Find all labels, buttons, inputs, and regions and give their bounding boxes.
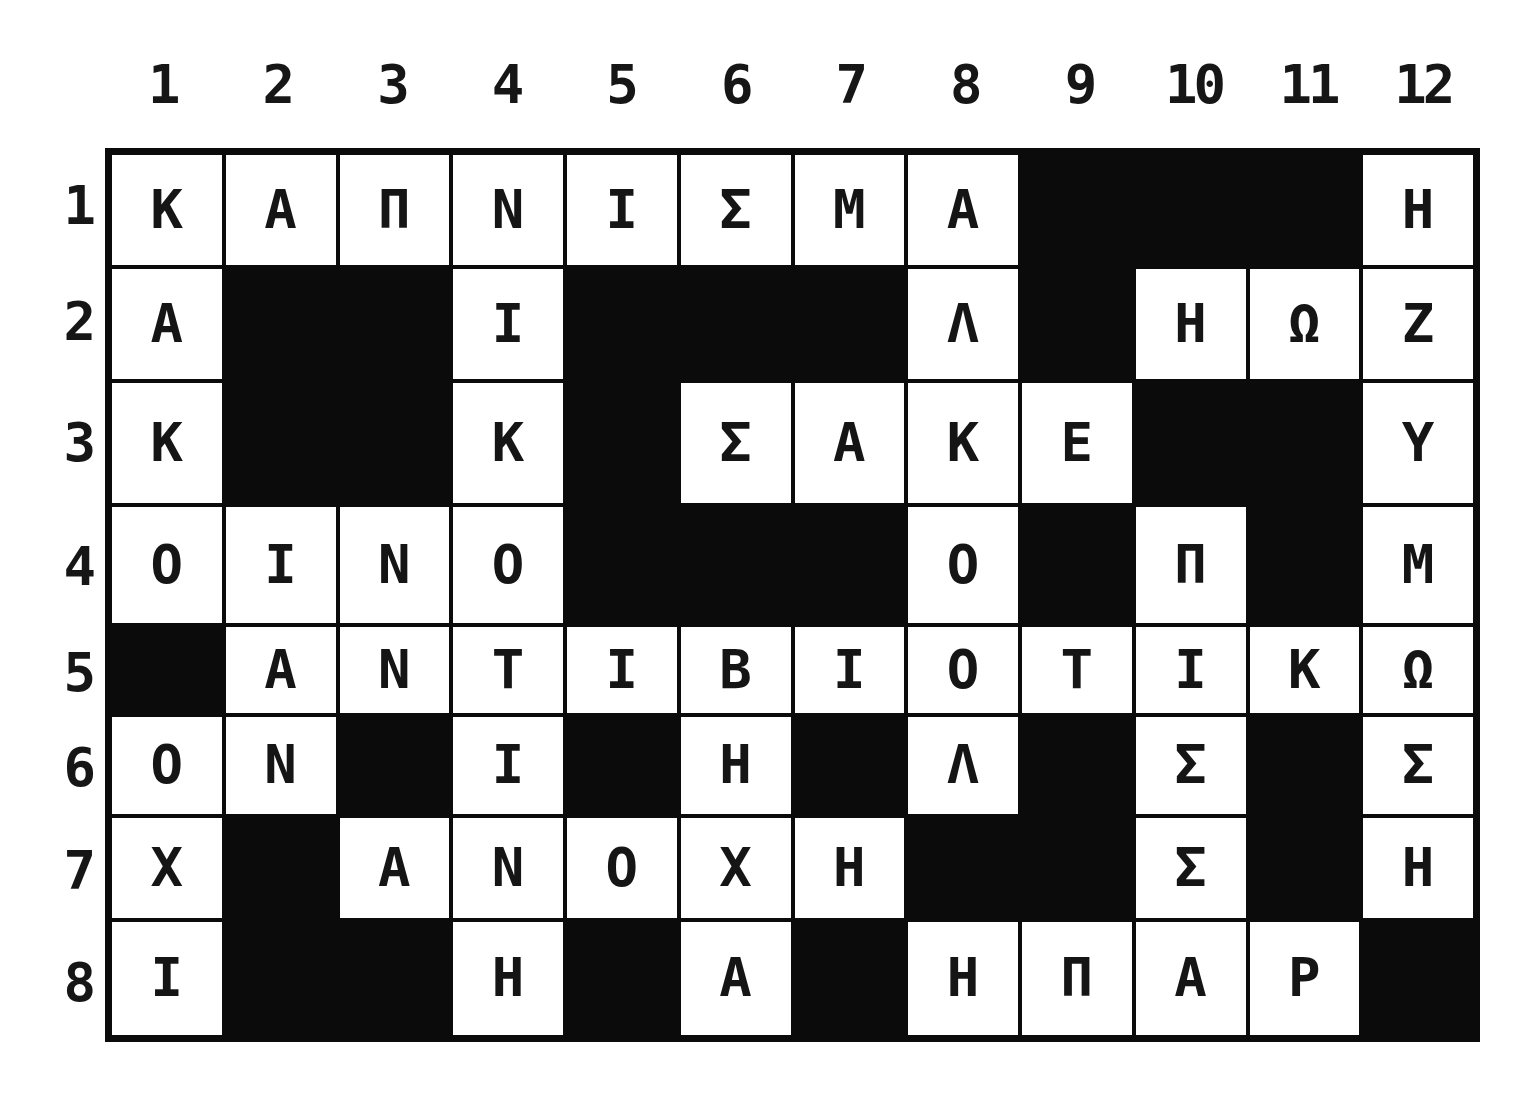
cell-r2c3	[340, 269, 450, 380]
cell-r4c8[interactable]: Ο	[908, 507, 1018, 623]
col-label-1: 1	[105, 48, 220, 120]
cell-r5c4[interactable]: Τ	[453, 627, 563, 713]
cell-r3c1[interactable]: Κ	[112, 383, 222, 503]
row-label-8: 8	[38, 923, 98, 1042]
cell-r7c2	[226, 818, 336, 918]
cell-r2c6	[681, 269, 791, 380]
col-label-2: 2	[220, 48, 335, 120]
cell-r7c9	[1022, 818, 1132, 918]
cell-r3c10	[1136, 383, 1246, 503]
cell-r4c5	[567, 507, 677, 623]
cell-r4c7	[795, 507, 905, 623]
cell-r1c10	[1136, 155, 1246, 265]
cell-r1c2[interactable]: Α	[226, 155, 336, 265]
row-label-5: 5	[38, 627, 98, 717]
cell-r8c10[interactable]: Α	[1136, 922, 1246, 1035]
cell-r1c4[interactable]: Ν	[453, 155, 563, 265]
cell-r8c8[interactable]: Η	[908, 922, 1018, 1035]
cell-r3c8[interactable]: Κ	[908, 383, 1018, 503]
cell-r4c11	[1250, 507, 1360, 623]
cell-r6c9	[1022, 717, 1132, 813]
column-labels: 123456789101112	[105, 48, 1480, 120]
cell-r8c4[interactable]: Η	[453, 922, 563, 1035]
row-label-2: 2	[38, 263, 98, 379]
cell-r8c3	[340, 922, 450, 1035]
cell-r2c11[interactable]: Ω	[1250, 269, 1360, 380]
cell-r7c4[interactable]: Ν	[453, 818, 563, 918]
cell-r1c9	[1022, 155, 1132, 265]
cell-r5c11[interactable]: Κ	[1250, 627, 1360, 713]
cell-r8c7	[795, 922, 905, 1035]
cell-r1c12[interactable]: Η	[1363, 155, 1473, 265]
cell-r3c4[interactable]: Κ	[453, 383, 563, 503]
col-label-7: 7	[793, 48, 908, 120]
cell-r2c10[interactable]: Η	[1136, 269, 1246, 380]
cell-r7c12[interactable]: Η	[1363, 818, 1473, 918]
col-label-6: 6	[678, 48, 793, 120]
cell-r6c10[interactable]: Σ	[1136, 717, 1246, 813]
cell-r2c5	[567, 269, 677, 380]
col-label-4: 4	[449, 48, 564, 120]
cell-r5c8[interactable]: Ο	[908, 627, 1018, 713]
cell-r3c5	[567, 383, 677, 503]
col-label-11: 11	[1251, 48, 1366, 120]
cell-r4c1[interactable]: Ο	[112, 507, 222, 623]
cell-r4c4[interactable]: Ο	[453, 507, 563, 623]
cell-r5c1	[112, 627, 222, 713]
cell-r5c12[interactable]: Ω	[1363, 627, 1473, 713]
cell-r6c5	[567, 717, 677, 813]
cell-r5c6[interactable]: Β	[681, 627, 791, 713]
cell-r7c7[interactable]: Η	[795, 818, 905, 918]
cell-r6c12[interactable]: Σ	[1363, 717, 1473, 813]
cell-r2c2	[226, 269, 336, 380]
cell-r1c3[interactable]: Π	[340, 155, 450, 265]
cell-r4c2[interactable]: Ι	[226, 507, 336, 623]
cell-r1c6[interactable]: Σ	[681, 155, 791, 265]
cell-r4c3[interactable]: Ν	[340, 507, 450, 623]
cell-r3c6[interactable]: Σ	[681, 383, 791, 503]
cell-r5c3[interactable]: Ν	[340, 627, 450, 713]
row-labels: 12345678	[38, 148, 98, 1042]
col-label-12: 12	[1365, 48, 1480, 120]
cell-r3c9[interactable]: Ε	[1022, 383, 1132, 503]
row-label-4: 4	[38, 505, 98, 627]
cell-r6c4[interactable]: Ι	[453, 717, 563, 813]
cell-r8c5	[567, 922, 677, 1035]
cell-r2c4[interactable]: Ι	[453, 269, 563, 380]
cell-r5c9[interactable]: Τ	[1022, 627, 1132, 713]
cell-r3c11	[1250, 383, 1360, 503]
row-label-3: 3	[38, 379, 98, 505]
cell-r1c8[interactable]: Α	[908, 155, 1018, 265]
cell-r3c12[interactable]: Υ	[1363, 383, 1473, 503]
cell-r5c2[interactable]: Α	[226, 627, 336, 713]
cell-r7c10[interactable]: Σ	[1136, 818, 1246, 918]
cell-r2c9	[1022, 269, 1132, 380]
cell-r8c6[interactable]: Α	[681, 922, 791, 1035]
cell-r5c10[interactable]: Ι	[1136, 627, 1246, 713]
cell-r4c10[interactable]: Π	[1136, 507, 1246, 623]
col-label-5: 5	[563, 48, 678, 120]
col-label-3: 3	[334, 48, 449, 120]
cell-r8c11[interactable]: Ρ	[1250, 922, 1360, 1035]
col-label-8: 8	[907, 48, 1022, 120]
cell-r4c6	[681, 507, 791, 623]
cell-r8c9[interactable]: Π	[1022, 922, 1132, 1035]
cell-r7c8	[908, 818, 1018, 918]
row-label-7: 7	[38, 818, 98, 923]
row-label-6: 6	[38, 717, 98, 818]
crossword-grid: ΚΑΠΝΙΣΜΑΗΑΙΛΗΩΖΚΚΣΑΚΕΥΟΙΝΟΟΠΜΑΝΤΙΒΙΟΤΙΚΩ…	[105, 148, 1480, 1042]
cell-r1c5[interactable]: Ι	[567, 155, 677, 265]
cell-r7c11	[1250, 818, 1360, 918]
cell-r1c7[interactable]: Μ	[795, 155, 905, 265]
cell-r6c3	[340, 717, 450, 813]
cell-r6c11	[1250, 717, 1360, 813]
cell-r4c12[interactable]: Μ	[1363, 507, 1473, 623]
col-label-9: 9	[1022, 48, 1137, 120]
cell-r6c7	[795, 717, 905, 813]
cell-r6c2[interactable]: Ν	[226, 717, 336, 813]
cell-r5c5[interactable]: Ι	[567, 627, 677, 713]
cell-r3c3	[340, 383, 450, 503]
cell-r1c11	[1250, 155, 1360, 265]
cell-r1c1[interactable]: Κ	[112, 155, 222, 265]
cell-r7c6[interactable]: Χ	[681, 818, 791, 918]
cell-r2c12[interactable]: Ζ	[1363, 269, 1473, 380]
cell-r6c8[interactable]: Λ	[908, 717, 1018, 813]
cell-r4c9	[1022, 507, 1132, 623]
cell-r7c3[interactable]: Α	[340, 818, 450, 918]
cell-r3c2	[226, 383, 336, 503]
row-label-1: 1	[38, 148, 98, 263]
cell-r7c5[interactable]: Ο	[567, 818, 677, 918]
cell-r7c1[interactable]: Χ	[112, 818, 222, 918]
col-label-10: 10	[1136, 48, 1251, 120]
cell-r8c1[interactable]: Ι	[112, 922, 222, 1035]
cell-r8c2	[226, 922, 336, 1035]
cell-r3c7[interactable]: Α	[795, 383, 905, 503]
crossword-page: 123456789101112 12345678 ΚΑΠΝΙΣΜΑΗΑΙΛΗΩΖ…	[0, 0, 1528, 1098]
cell-r8c12	[1363, 922, 1473, 1035]
cell-r2c1[interactable]: Α	[112, 269, 222, 380]
cell-r6c6[interactable]: Η	[681, 717, 791, 813]
cell-r6c1[interactable]: Ο	[112, 717, 222, 813]
cell-r2c8[interactable]: Λ	[908, 269, 1018, 380]
cell-r2c7	[795, 269, 905, 380]
cell-r5c7[interactable]: Ι	[795, 627, 905, 713]
